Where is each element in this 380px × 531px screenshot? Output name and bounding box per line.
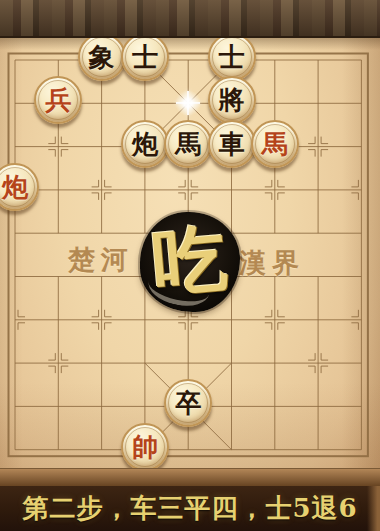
top-wood-frame [0,0,380,38]
piece-red-horse[interactable]: 馬 [251,120,299,168]
piece-glyph: 車 [219,131,245,157]
piece-black-elephant[interactable]: 象 [78,33,126,81]
xiangqi-board[interactable]: 楚河 漢界 象士士兵將炮馬車馬炮卒帥 吃 [0,0,380,531]
capture-stamp-text: 吃 [150,220,230,300]
piece-glyph: 炮 [2,174,28,200]
piece-glyph: 士 [132,44,158,70]
piece-glyph: 兵 [45,87,71,113]
piece-red-general[interactable]: 帥 [121,423,169,471]
piece-glyph: 象 [89,44,115,70]
piece-black-general[interactable]: 將 [208,76,256,124]
piece-glyph: 馬 [175,131,201,157]
capture-stamp: 吃 [140,212,240,312]
piece-black-cannon[interactable]: 炮 [121,120,169,168]
piece-black-chariot[interactable]: 車 [208,120,256,168]
xiangqi-game-screen: 楚河 漢界 象士士兵將炮馬車馬炮卒帥 吃 第二步，车三平四，士5退6 [0,0,380,531]
piece-black-advisor[interactable]: 士 [121,33,169,81]
piece-black-horse[interactable]: 馬 [164,120,212,168]
move-caption-text: 第二步，车三平四，士5退6 [22,491,357,526]
piece-glyph: 帥 [132,434,158,460]
piece-glyph: 馬 [262,131,288,157]
piece-black-soldier[interactable]: 卒 [164,379,212,427]
piece-red-soldier[interactable]: 兵 [34,76,82,124]
piece-red-cannon[interactable]: 炮 [0,163,39,211]
piece-glyph: 將 [219,87,245,113]
move-caption-banner: 第二步，车三平四，士5退6 [0,486,380,531]
piece-black-advisor[interactable]: 士 [208,33,256,81]
piece-glyph: 士 [219,44,245,70]
piece-glyph: 炮 [132,131,158,157]
bottom-wood-bevel [0,468,380,487]
piece-glyph: 卒 [175,390,201,416]
